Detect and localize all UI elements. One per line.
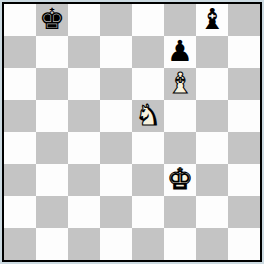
- square-a2[interactable]: [4, 196, 36, 228]
- square-d6[interactable]: [100, 68, 132, 100]
- square-e6[interactable]: [132, 68, 164, 100]
- square-a6[interactable]: [4, 68, 36, 100]
- piece-black-bishop[interactable]: ♝: [199, 3, 225, 35]
- square-e5[interactable]: ♞: [132, 100, 164, 132]
- square-g8[interactable]: ♝: [196, 4, 228, 36]
- square-h5[interactable]: [228, 100, 260, 132]
- square-g3[interactable]: [196, 164, 228, 196]
- square-e1[interactable]: [132, 228, 164, 260]
- square-e8[interactable]: [132, 4, 164, 36]
- piece-white-king[interactable]: ♚: [167, 163, 193, 195]
- square-h6[interactable]: [228, 68, 260, 100]
- square-d4[interactable]: [100, 132, 132, 164]
- square-d5[interactable]: [100, 100, 132, 132]
- square-b8[interactable]: ♚: [36, 4, 68, 36]
- square-b3[interactable]: [36, 164, 68, 196]
- square-f4[interactable]: [164, 132, 196, 164]
- chess-board: ♚♝♟♝♞♚: [4, 4, 260, 260]
- square-f8[interactable]: [164, 4, 196, 36]
- square-a5[interactable]: [4, 100, 36, 132]
- square-b7[interactable]: [36, 36, 68, 68]
- square-h3[interactable]: [228, 164, 260, 196]
- square-a3[interactable]: [4, 164, 36, 196]
- square-c3[interactable]: [68, 164, 100, 196]
- square-e2[interactable]: [132, 196, 164, 228]
- square-c2[interactable]: [68, 196, 100, 228]
- square-h7[interactable]: [228, 36, 260, 68]
- square-c8[interactable]: [68, 4, 100, 36]
- square-h1[interactable]: [228, 228, 260, 260]
- piece-white-bishop[interactable]: ♝: [167, 67, 193, 99]
- square-f6[interactable]: ♝: [164, 68, 196, 100]
- square-h8[interactable]: [228, 4, 260, 36]
- square-g4[interactable]: [196, 132, 228, 164]
- square-c6[interactable]: [68, 68, 100, 100]
- square-f1[interactable]: [164, 228, 196, 260]
- square-d2[interactable]: [100, 196, 132, 228]
- square-e3[interactable]: [132, 164, 164, 196]
- square-g2[interactable]: [196, 196, 228, 228]
- square-a8[interactable]: [4, 4, 36, 36]
- square-f7[interactable]: ♟: [164, 36, 196, 68]
- chess-board-frame: ♚♝♟♝♞♚: [2, 2, 262, 262]
- square-d7[interactable]: [100, 36, 132, 68]
- square-f3[interactable]: ♚: [164, 164, 196, 196]
- square-d8[interactable]: [100, 4, 132, 36]
- square-a4[interactable]: [4, 132, 36, 164]
- square-h2[interactable]: [228, 196, 260, 228]
- square-b1[interactable]: [36, 228, 68, 260]
- square-d1[interactable]: [100, 228, 132, 260]
- square-b6[interactable]: [36, 68, 68, 100]
- square-g7[interactable]: [196, 36, 228, 68]
- square-c7[interactable]: [68, 36, 100, 68]
- square-e4[interactable]: [132, 132, 164, 164]
- square-a7[interactable]: [4, 36, 36, 68]
- square-e7[interactable]: [132, 36, 164, 68]
- square-g1[interactable]: [196, 228, 228, 260]
- square-h4[interactable]: [228, 132, 260, 164]
- piece-black-king[interactable]: ♚: [39, 3, 65, 35]
- square-f2[interactable]: [164, 196, 196, 228]
- piece-white-knight[interactable]: ♞: [135, 99, 161, 131]
- square-c5[interactable]: [68, 100, 100, 132]
- piece-black-pawn[interactable]: ♟: [167, 35, 193, 67]
- square-b2[interactable]: [36, 196, 68, 228]
- square-d3[interactable]: [100, 164, 132, 196]
- square-g6[interactable]: [196, 68, 228, 100]
- square-c1[interactable]: [68, 228, 100, 260]
- square-c4[interactable]: [68, 132, 100, 164]
- square-b5[interactable]: [36, 100, 68, 132]
- square-g5[interactable]: [196, 100, 228, 132]
- square-b4[interactable]: [36, 132, 68, 164]
- square-a1[interactable]: [4, 228, 36, 260]
- square-f5[interactable]: [164, 100, 196, 132]
